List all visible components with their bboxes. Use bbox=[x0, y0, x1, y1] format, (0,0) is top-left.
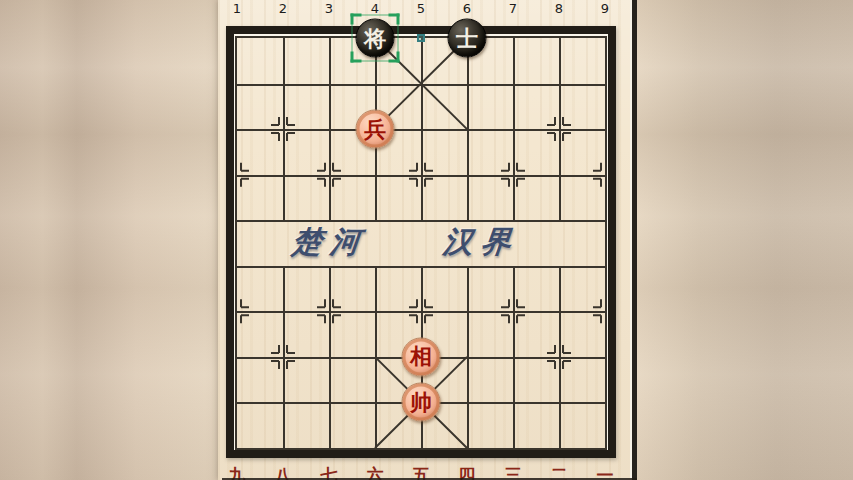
board-cell bbox=[513, 402, 559, 448]
board-cell bbox=[329, 175, 375, 221]
black-general-glyph: 将 bbox=[364, 26, 386, 48]
board-cell bbox=[283, 311, 329, 357]
red-elephant-piece[interactable]: 相 bbox=[402, 337, 441, 376]
file-label-top-8: 8 bbox=[555, 1, 563, 16]
board-cell bbox=[421, 175, 467, 221]
board-cell bbox=[421, 84, 467, 130]
last-move-origin-marker bbox=[417, 34, 425, 42]
board-cell bbox=[283, 175, 329, 221]
board-cell bbox=[467, 266, 513, 312]
board-cell bbox=[559, 402, 605, 448]
file-label-top-5: 5 bbox=[417, 1, 425, 16]
board-cell bbox=[283, 357, 329, 403]
board-cell bbox=[467, 84, 513, 130]
xiangqi-board[interactable]: 123456789 楚河 汉界 将士兵相帅 九八七六五四三二一 bbox=[218, 0, 630, 480]
window-edge-border bbox=[632, 0, 637, 480]
board-cell bbox=[467, 175, 513, 221]
red-general-piece[interactable]: 帅 bbox=[402, 383, 441, 422]
black-advisor-piece[interactable]: 士 bbox=[448, 19, 487, 58]
board-cell bbox=[513, 311, 559, 357]
file-label-top-1: 1 bbox=[233, 1, 241, 16]
board-cell bbox=[283, 38, 329, 84]
board-cell bbox=[329, 357, 375, 403]
red-soldier-glyph: 兵 bbox=[364, 117, 386, 139]
board-cell bbox=[237, 175, 283, 221]
board-cell bbox=[237, 38, 283, 84]
board-cell bbox=[421, 129, 467, 175]
board-cell bbox=[513, 38, 559, 84]
board-cell bbox=[237, 266, 283, 312]
board-cell bbox=[329, 402, 375, 448]
board-cell bbox=[283, 402, 329, 448]
board-cell bbox=[421, 266, 467, 312]
red-general-glyph: 帅 bbox=[410, 390, 432, 412]
board-cell bbox=[467, 402, 513, 448]
board-cell bbox=[283, 84, 329, 130]
board-cell bbox=[283, 266, 329, 312]
black-advisor-glyph: 士 bbox=[456, 26, 478, 48]
board-cell bbox=[375, 266, 421, 312]
red-soldier-piece[interactable]: 兵 bbox=[356, 110, 395, 149]
file-label-top-4: 4 bbox=[371, 1, 379, 16]
board-cell bbox=[467, 357, 513, 403]
board-cell bbox=[559, 84, 605, 130]
file-label-top-7: 7 bbox=[509, 1, 517, 16]
board-cell bbox=[237, 220, 283, 266]
board-cell bbox=[513, 175, 559, 221]
board-cell bbox=[559, 311, 605, 357]
river-label-right: 汉界 bbox=[441, 222, 521, 263]
black-general-piece[interactable]: 将 bbox=[356, 19, 395, 58]
file-label-top-6: 6 bbox=[463, 1, 471, 16]
board-cell bbox=[329, 311, 375, 357]
board-cell bbox=[559, 175, 605, 221]
board-cell bbox=[513, 84, 559, 130]
board-cell bbox=[559, 266, 605, 312]
river-label-left: 楚河 bbox=[290, 222, 370, 263]
board-cell bbox=[559, 220, 605, 266]
board-cell bbox=[237, 357, 283, 403]
board-cell bbox=[559, 129, 605, 175]
board-cell bbox=[283, 129, 329, 175]
board-cell bbox=[559, 357, 605, 403]
board-cell bbox=[467, 129, 513, 175]
board-cell bbox=[237, 84, 283, 130]
board-cell bbox=[237, 311, 283, 357]
board-cell bbox=[329, 266, 375, 312]
board-cell bbox=[513, 357, 559, 403]
file-label-top-2: 2 bbox=[279, 1, 287, 16]
board-cell bbox=[559, 38, 605, 84]
board-cell bbox=[375, 220, 421, 266]
red-elephant-glyph: 相 bbox=[410, 345, 432, 367]
board-cell bbox=[513, 129, 559, 175]
file-label-top-3: 3 bbox=[325, 1, 333, 16]
board-cell bbox=[467, 311, 513, 357]
file-label-top-9: 9 bbox=[601, 1, 609, 16]
board-cell bbox=[375, 175, 421, 221]
board-cell bbox=[237, 129, 283, 175]
board-cell bbox=[513, 266, 559, 312]
board-cell bbox=[237, 402, 283, 448]
